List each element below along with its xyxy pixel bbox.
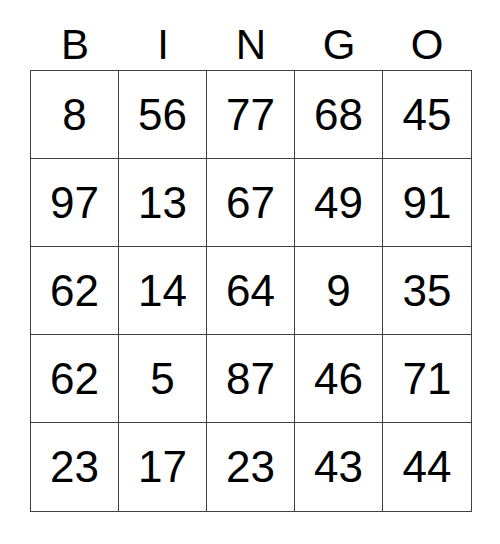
header-letter-b: B [31,24,119,70]
bingo-cell-r2c1[interactable]: 97 [31,159,119,247]
bingo-cell-r4c4[interactable]: 46 [295,335,383,423]
bingo-cell-r4c3[interactable]: 87 [207,335,295,423]
bingo-cell-r2c5[interactable]: 91 [383,159,471,247]
bingo-cell-r1c4[interactable]: 68 [295,71,383,159]
bingo-cell-r4c2[interactable]: 5 [119,335,207,423]
bingo-cell-r5c5[interactable]: 44 [383,423,471,511]
header-letter-i: I [119,24,207,70]
bingo-header: B I N G O [31,0,472,70]
bingo-cell-r3c5[interactable]: 35 [383,247,471,335]
bingo-cell-r4c1[interactable]: 62 [31,335,119,423]
bingo-cell-r3c1[interactable]: 62 [31,247,119,335]
bingo-cell-r3c3[interactable]: 64 [207,247,295,335]
bingo-grid: 8 56 77 68 45 97 13 67 49 91 62 14 64 9 … [30,70,472,512]
header-letter-n: N [207,24,295,70]
bingo-cell-r3c2[interactable]: 14 [119,247,207,335]
bingo-cell-r5c3[interactable]: 23 [207,423,295,511]
bingo-cell-r1c5[interactable]: 45 [383,71,471,159]
bingo-cell-r1c3[interactable]: 77 [207,71,295,159]
header-letter-g: G [295,24,383,70]
bingo-cell-r2c3[interactable]: 67 [207,159,295,247]
bingo-cell-r1c1[interactable]: 8 [31,71,119,159]
bingo-card: B I N G O 8 56 77 68 45 97 13 67 49 91 6… [30,0,472,512]
bingo-cell-r4c5[interactable]: 71 [383,335,471,423]
bingo-cell-r2c2[interactable]: 13 [119,159,207,247]
header-letter-o: O [383,24,471,70]
bingo-cell-r5c2[interactable]: 17 [119,423,207,511]
bingo-cell-r2c4[interactable]: 49 [295,159,383,247]
bingo-cell-r3c4[interactable]: 9 [295,247,383,335]
bingo-cell-r5c1[interactable]: 23 [31,423,119,511]
bingo-cell-r5c4[interactable]: 43 [295,423,383,511]
bingo-cell-r1c2[interactable]: 56 [119,71,207,159]
